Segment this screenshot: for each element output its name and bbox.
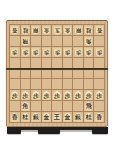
- board-cell-1f[interactable]: [94, 79, 104, 89]
- board-cell-2e[interactable]: [84, 69, 94, 79]
- board-cell-8i[interactable]: 桂: [21, 112, 31, 122]
- board-cell-4a[interactable]: 金: [63, 25, 73, 35]
- piece-gote-gold[interactable]: 金: [63, 26, 72, 35]
- piece-gote-knight[interactable]: 桂: [21, 26, 30, 35]
- board-cell-2h[interactable]: 飛: [84, 101, 94, 111]
- piece-gote-knight[interactable]: 桂: [84, 26, 93, 35]
- board-cell-4d[interactable]: [63, 58, 73, 68]
- board-cell-8c[interactable]: 歩: [21, 47, 31, 57]
- board-cell-3a[interactable]: 銀: [73, 25, 83, 35]
- board-cell-4h[interactable]: [63, 101, 73, 111]
- board-cell-8d[interactable]: [21, 58, 31, 68]
- piece-sente-pawn[interactable]: 歩: [95, 91, 104, 100]
- board-cell-9b[interactable]: [10, 36, 20, 46]
- piece-gote-pawn[interactable]: 歩: [31, 48, 40, 57]
- piece-gote-pawn[interactable]: 歩: [95, 48, 104, 57]
- board-cell-9g[interactable]: 歩: [10, 90, 20, 100]
- piece-sente-gold[interactable]: 金: [63, 113, 72, 122]
- board-cell-6a[interactable]: 金: [42, 25, 52, 35]
- board-cell-1h[interactable]: [94, 101, 104, 111]
- piece-sente-pawn[interactable]: 歩: [21, 91, 30, 100]
- piece-gote-gold[interactable]: 金: [42, 26, 51, 35]
- board-cell-9h[interactable]: [10, 101, 20, 111]
- board-cell-3c[interactable]: 歩: [73, 47, 83, 57]
- board-cell-8f[interactable]: [21, 79, 31, 89]
- piece-sente-pawn[interactable]: 歩: [74, 91, 83, 100]
- board-cell-6f[interactable]: [42, 79, 52, 89]
- base-foot-tab-1: [7, 127, 21, 134]
- board-cell-5f[interactable]: [52, 79, 62, 89]
- board-cell-1b[interactable]: [94, 36, 104, 46]
- piece-gote-pawn[interactable]: 歩: [10, 48, 19, 57]
- board-cell-8e[interactable]: [21, 69, 31, 79]
- board-cell-5e[interactable]: [52, 69, 62, 79]
- piece-gote-pawn[interactable]: 歩: [63, 48, 72, 57]
- board-cell-4e[interactable]: [63, 69, 73, 79]
- board-cell-7e[interactable]: [31, 69, 41, 79]
- board-cell-8a[interactable]: 桂: [21, 25, 31, 35]
- board-cell-1a[interactable]: 香: [94, 25, 104, 35]
- board-cell-9a[interactable]: 香: [10, 25, 20, 35]
- board-cell-3f[interactable]: [73, 79, 83, 89]
- fold-hinge-line: [6, 68, 108, 70]
- board-cell-7h[interactable]: [31, 101, 41, 111]
- base-foot-tab-3: [92, 127, 108, 134]
- board-cell-7d[interactable]: [31, 58, 41, 68]
- base-foot-tab-2: [38, 127, 59, 134]
- board-cell-7g[interactable]: 歩: [31, 90, 41, 100]
- board-cell-2d[interactable]: [84, 58, 94, 68]
- piece-sente-gold[interactable]: 金: [42, 113, 51, 122]
- piece-gote-lance[interactable]: 香: [10, 26, 19, 35]
- board-cell-4f[interactable]: [63, 79, 73, 89]
- board-cell-3d[interactable]: [73, 58, 83, 68]
- board-cell-5g[interactable]: 歩: [52, 90, 62, 100]
- board-cell-6g[interactable]: 歩: [42, 90, 52, 100]
- board-cell-6d[interactable]: [42, 58, 52, 68]
- board-base: [7, 127, 108, 139]
- piece-sente-king[interactable]: 王: [53, 113, 62, 122]
- piece-sente-pawn[interactable]: 歩: [10, 91, 19, 100]
- board-cell-1d[interactable]: [94, 58, 104, 68]
- board-cell-7f[interactable]: [31, 79, 41, 89]
- board-cell-6b[interactable]: [42, 36, 52, 46]
- piece-gote-pawn[interactable]: 歩: [42, 48, 51, 57]
- piece-gote-pawn[interactable]: 歩: [53, 48, 62, 57]
- board-cell-4g[interactable]: 歩: [63, 90, 73, 100]
- piece-sente-pawn[interactable]: 歩: [63, 91, 72, 100]
- board-cell-6i[interactable]: 金: [42, 112, 52, 122]
- board-cell-3e[interactable]: [73, 69, 83, 79]
- board-cell-2c[interactable]: 歩: [84, 47, 94, 57]
- board-cell-7i[interactable]: 銀: [31, 112, 41, 122]
- board-cell-3g[interactable]: 歩: [73, 90, 83, 100]
- photo-background: 香桂銀金玉金銀桂香飛角歩歩歩歩歩歩歩歩歩歩歩歩歩歩歩歩歩歩角飛香桂銀金王金銀桂香: [0, 0, 114, 144]
- piece-gote-pawn[interactable]: 歩: [21, 48, 30, 57]
- piece-sente-knight[interactable]: 桂: [84, 113, 93, 122]
- piece-sente-pawn[interactable]: 歩: [42, 91, 51, 100]
- board-cell-9i[interactable]: 香: [10, 112, 20, 122]
- board-cell-4c[interactable]: 歩: [63, 47, 73, 57]
- board-cell-1e[interactable]: [94, 69, 104, 79]
- piece-gote-rook[interactable]: 飛: [21, 37, 30, 46]
- piece-sente-lance[interactable]: 香: [10, 113, 19, 122]
- board-cell-6e[interactable]: [42, 69, 52, 79]
- piece-gote-king[interactable]: 玉: [53, 26, 62, 35]
- board-cell-5b[interactable]: [52, 36, 62, 46]
- board-cell-4b[interactable]: [63, 36, 73, 46]
- piece-gote-silver[interactable]: 銀: [31, 26, 40, 35]
- shogi-board-grid: 香桂銀金玉金銀桂香飛角歩歩歩歩歩歩歩歩歩歩歩歩歩歩歩歩歩歩角飛香桂銀金王金銀桂香: [9, 24, 105, 123]
- piece-sente-pawn[interactable]: 歩: [53, 91, 62, 100]
- board-cell-3b[interactable]: [73, 36, 83, 46]
- board-cell-3i[interactable]: 銀: [73, 112, 83, 122]
- piece-sente-rook[interactable]: 飛: [84, 102, 93, 111]
- board-cell-8h[interactable]: 角: [21, 101, 31, 111]
- piece-gote-pawn[interactable]: 歩: [74, 48, 83, 57]
- board-cell-2i[interactable]: 桂: [84, 112, 94, 122]
- piece-gote-pawn[interactable]: 歩: [84, 48, 93, 57]
- board-cell-1c[interactable]: 歩: [94, 47, 104, 57]
- board-cell-8b[interactable]: 飛: [21, 36, 31, 46]
- shogi-board: 香桂銀金玉金銀桂香飛角歩歩歩歩歩歩歩歩歩歩歩歩歩歩歩歩歩歩角飛香桂銀金王金銀桂香: [6, 20, 108, 127]
- board-cell-2a[interactable]: 桂: [84, 25, 94, 35]
- board-cell-6h[interactable]: [42, 101, 52, 111]
- piece-sente-knight[interactable]: 桂: [21, 113, 30, 122]
- board-cell-8g[interactable]: 歩: [21, 90, 31, 100]
- board-cell-9e[interactable]: [10, 69, 20, 79]
- board-cell-5a[interactable]: 玉: [52, 25, 62, 35]
- piece-sente-silver[interactable]: 銀: [31, 113, 40, 122]
- board-cell-5i[interactable]: 王: [52, 112, 62, 122]
- board-cell-2g[interactable]: 歩: [84, 90, 94, 100]
- board-cell-2b[interactable]: 角: [84, 36, 94, 46]
- board-cell-5h[interactable]: [52, 101, 62, 111]
- piece-gote-silver[interactable]: 銀: [74, 26, 83, 35]
- board-cell-9d[interactable]: [10, 58, 20, 68]
- board-cell-9f[interactable]: [10, 79, 20, 89]
- piece-gote-lance[interactable]: 香: [95, 26, 104, 35]
- piece-sente-pawn[interactable]: 歩: [84, 91, 93, 100]
- board-cell-3h[interactable]: [73, 101, 83, 111]
- piece-sente-pawn[interactable]: 歩: [31, 91, 40, 100]
- piece-sente-bishop[interactable]: 角: [21, 102, 30, 111]
- board-cell-4i[interactable]: 金: [63, 112, 73, 122]
- board-cell-2f[interactable]: [84, 79, 94, 89]
- piece-sente-silver[interactable]: 銀: [74, 113, 83, 122]
- board-cell-1g[interactable]: 歩: [94, 90, 104, 100]
- board-cell-5c[interactable]: 歩: [52, 47, 62, 57]
- board-cell-7c[interactable]: 歩: [31, 47, 41, 57]
- board-cell-9c[interactable]: 歩: [10, 47, 20, 57]
- piece-sente-lance[interactable]: 香: [95, 113, 104, 122]
- board-cell-6c[interactable]: 歩: [42, 47, 52, 57]
- board-cell-5d[interactable]: [52, 58, 62, 68]
- piece-gote-bishop[interactable]: 角: [84, 37, 93, 46]
- board-cell-1i[interactable]: 香: [94, 112, 104, 122]
- board-cell-7a[interactable]: 銀: [31, 25, 41, 35]
- board-cell-7b[interactable]: [31, 36, 41, 46]
